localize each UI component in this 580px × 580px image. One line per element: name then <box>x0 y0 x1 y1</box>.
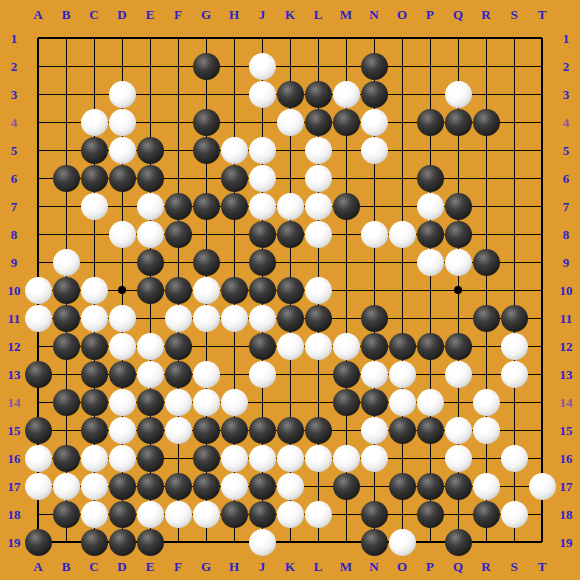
white-stone-H14 <box>221 389 248 416</box>
col-label-bottom-D: D <box>117 560 126 573</box>
white-stone-P9 <box>417 249 444 276</box>
row-label-right-5: 5 <box>563 144 570 157</box>
white-stone-D14 <box>109 389 136 416</box>
row-label-left-15: 15 <box>8 424 21 437</box>
white-stone-J7 <box>249 193 276 220</box>
white-stone-R15 <box>473 417 500 444</box>
black-stone-L4 <box>305 109 332 136</box>
black-stone-C19 <box>81 529 108 556</box>
row-label-right-1: 1 <box>563 32 570 45</box>
black-stone-F12 <box>165 333 192 360</box>
black-stone-D13 <box>109 361 136 388</box>
black-stone-A19 <box>25 529 52 556</box>
white-stone-N5 <box>361 137 388 164</box>
black-stone-D18 <box>109 501 136 528</box>
white-stone-Q15 <box>445 417 472 444</box>
col-label-top-M: M <box>340 8 352 21</box>
white-stone-L12 <box>305 333 332 360</box>
white-stone-J13 <box>249 361 276 388</box>
white-stone-O13 <box>389 361 416 388</box>
black-stone-H15 <box>221 417 248 444</box>
white-stone-E13 <box>137 361 164 388</box>
black-stone-Q8 <box>445 221 472 248</box>
white-stone-D15 <box>109 417 136 444</box>
col-label-bottom-F: F <box>174 560 182 573</box>
white-stone-A17 <box>25 473 52 500</box>
col-label-bottom-O: O <box>397 560 407 573</box>
row-label-left-2: 2 <box>11 60 18 73</box>
black-stone-P18 <box>417 501 444 528</box>
white-stone-O14 <box>389 389 416 416</box>
black-stone-B14 <box>53 389 80 416</box>
black-stone-L15 <box>305 417 332 444</box>
black-stone-G7 <box>193 193 220 220</box>
black-stone-E6 <box>137 165 164 192</box>
row-label-left-12: 12 <box>8 340 21 353</box>
black-stone-G4 <box>193 109 220 136</box>
black-stone-J8 <box>249 221 276 248</box>
row-label-right-15: 15 <box>560 424 573 437</box>
black-stone-E10 <box>137 277 164 304</box>
black-stone-K10 <box>277 277 304 304</box>
black-stone-J10 <box>249 277 276 304</box>
black-stone-C13 <box>81 361 108 388</box>
black-stone-P6 <box>417 165 444 192</box>
black-stone-E15 <box>137 417 164 444</box>
black-stone-H18 <box>221 501 248 528</box>
black-stone-E16 <box>137 445 164 472</box>
white-stone-S13 <box>501 361 528 388</box>
row-label-right-16: 16 <box>560 452 573 465</box>
white-stone-L10 <box>305 277 332 304</box>
black-stone-J15 <box>249 417 276 444</box>
white-stone-J3 <box>249 81 276 108</box>
col-label-bottom-E: E <box>146 560 155 573</box>
white-stone-Q3 <box>445 81 472 108</box>
row-label-left-5: 5 <box>11 144 18 157</box>
white-stone-H17 <box>221 473 248 500</box>
col-label-bottom-G: G <box>201 560 211 573</box>
white-stone-P14 <box>417 389 444 416</box>
black-stone-N14 <box>361 389 388 416</box>
black-stone-S11 <box>501 305 528 332</box>
row-label-right-17: 17 <box>560 480 573 493</box>
white-stone-N16 <box>361 445 388 472</box>
black-stone-K11 <box>277 305 304 332</box>
white-stone-N13 <box>361 361 388 388</box>
row-label-right-13: 13 <box>560 368 573 381</box>
white-stone-J5 <box>249 137 276 164</box>
black-stone-L11 <box>305 305 332 332</box>
col-label-top-K: K <box>285 8 295 21</box>
col-label-bottom-T: T <box>538 560 547 573</box>
col-label-top-N: N <box>369 8 378 21</box>
black-stone-J12 <box>249 333 276 360</box>
white-stone-D16 <box>109 445 136 472</box>
white-stone-N8 <box>361 221 388 248</box>
row-label-right-4: 4 <box>563 116 570 129</box>
black-stone-E19 <box>137 529 164 556</box>
white-stone-B17 <box>53 473 80 500</box>
black-stone-F17 <box>165 473 192 500</box>
star-point-D10 <box>118 286 126 294</box>
black-stone-G15 <box>193 417 220 444</box>
white-stone-S18 <box>501 501 528 528</box>
col-label-bottom-J: J <box>259 560 266 573</box>
col-label-top-G: G <box>201 8 211 21</box>
col-label-top-A: A <box>33 8 42 21</box>
row-label-left-3: 3 <box>11 88 18 101</box>
row-label-left-8: 8 <box>11 228 18 241</box>
white-stone-H16 <box>221 445 248 472</box>
black-stone-E5 <box>137 137 164 164</box>
black-stone-G9 <box>193 249 220 276</box>
white-stone-F15 <box>165 417 192 444</box>
black-stone-K15 <box>277 417 304 444</box>
black-stone-B10 <box>53 277 80 304</box>
black-stone-A13 <box>25 361 52 388</box>
white-stone-T17 <box>529 473 556 500</box>
black-stone-B18 <box>53 501 80 528</box>
row-label-left-14: 14 <box>8 396 21 409</box>
black-stone-J18 <box>249 501 276 528</box>
black-stone-C15 <box>81 417 108 444</box>
row-label-right-3: 3 <box>563 88 570 101</box>
white-stone-K4 <box>277 109 304 136</box>
black-stone-J17 <box>249 473 276 500</box>
black-stone-H6 <box>221 165 248 192</box>
col-label-bottom-M: M <box>340 560 352 573</box>
white-stone-J16 <box>249 445 276 472</box>
row-label-right-18: 18 <box>560 508 573 521</box>
white-stone-G18 <box>193 501 220 528</box>
col-label-bottom-A: A <box>33 560 42 573</box>
white-stone-O19 <box>389 529 416 556</box>
row-label-left-9: 9 <box>11 256 18 269</box>
black-stone-M13 <box>333 361 360 388</box>
white-stone-E8 <box>137 221 164 248</box>
black-stone-G17 <box>193 473 220 500</box>
col-label-top-O: O <box>397 8 407 21</box>
black-stone-M17 <box>333 473 360 500</box>
white-stone-B9 <box>53 249 80 276</box>
col-label-top-L: L <box>314 8 323 21</box>
white-stone-Q13 <box>445 361 472 388</box>
white-stone-E12 <box>137 333 164 360</box>
col-label-top-C: C <box>89 8 98 21</box>
white-stone-C4 <box>81 109 108 136</box>
white-stone-R14 <box>473 389 500 416</box>
black-stone-H10 <box>221 277 248 304</box>
black-stone-O17 <box>389 473 416 500</box>
black-stone-P8 <box>417 221 444 248</box>
black-stone-D19 <box>109 529 136 556</box>
white-stone-C10 <box>81 277 108 304</box>
col-label-top-J: J <box>259 8 266 21</box>
row-label-right-19: 19 <box>560 536 573 549</box>
col-label-bottom-K: K <box>285 560 295 573</box>
white-stone-C18 <box>81 501 108 528</box>
black-stone-F8 <box>165 221 192 248</box>
white-stone-P7 <box>417 193 444 220</box>
black-stone-P12 <box>417 333 444 360</box>
black-stone-M14 <box>333 389 360 416</box>
white-stone-A10 <box>25 277 52 304</box>
col-label-top-Q: Q <box>453 8 463 21</box>
white-stone-N15 <box>361 417 388 444</box>
row-label-left-7: 7 <box>11 200 18 213</box>
white-stone-N4 <box>361 109 388 136</box>
white-stone-M16 <box>333 445 360 472</box>
black-stone-F10 <box>165 277 192 304</box>
white-stone-S16 <box>501 445 528 472</box>
white-stone-D8 <box>109 221 136 248</box>
col-label-bottom-B: B <box>62 560 71 573</box>
black-stone-Q7 <box>445 193 472 220</box>
black-stone-P4 <box>417 109 444 136</box>
white-stone-H11 <box>221 305 248 332</box>
black-stone-Q17 <box>445 473 472 500</box>
white-stone-J19 <box>249 529 276 556</box>
black-stone-G16 <box>193 445 220 472</box>
col-label-top-T: T <box>538 8 547 21</box>
white-stone-G13 <box>193 361 220 388</box>
white-stone-K17 <box>277 473 304 500</box>
black-stone-C5 <box>81 137 108 164</box>
white-stone-C7 <box>81 193 108 220</box>
go-board-app: AABBCCDDEEFFGGHHJJKKLLMMNNOOPPQQRRSSTT11… <box>0 0 580 580</box>
black-stone-H7 <box>221 193 248 220</box>
col-label-bottom-L: L <box>314 560 323 573</box>
white-stone-L6 <box>305 165 332 192</box>
white-stone-K16 <box>277 445 304 472</box>
black-stone-R11 <box>473 305 500 332</box>
col-label-top-E: E <box>146 8 155 21</box>
row-label-left-6: 6 <box>11 172 18 185</box>
black-stone-F13 <box>165 361 192 388</box>
white-stone-H5 <box>221 137 248 164</box>
black-stone-O12 <box>389 333 416 360</box>
row-label-right-10: 10 <box>560 284 573 297</box>
black-stone-C14 <box>81 389 108 416</box>
row-label-right-2: 2 <box>563 60 570 73</box>
black-stone-J9 <box>249 249 276 276</box>
white-stone-Q9 <box>445 249 472 276</box>
col-label-top-S: S <box>510 8 517 21</box>
black-stone-B12 <box>53 333 80 360</box>
black-stone-N2 <box>361 53 388 80</box>
white-stone-M12 <box>333 333 360 360</box>
white-stone-G10 <box>193 277 220 304</box>
col-label-top-P: P <box>426 8 434 21</box>
white-stone-S12 <box>501 333 528 360</box>
black-stone-L3 <box>305 81 332 108</box>
white-stone-J2 <box>249 53 276 80</box>
white-stone-L7 <box>305 193 332 220</box>
row-label-left-1: 1 <box>11 32 18 45</box>
white-stone-K7 <box>277 193 304 220</box>
col-label-bottom-Q: Q <box>453 560 463 573</box>
white-stone-C17 <box>81 473 108 500</box>
col-label-bottom-H: H <box>229 560 239 573</box>
black-stone-R9 <box>473 249 500 276</box>
black-stone-B6 <box>53 165 80 192</box>
white-stone-R17 <box>473 473 500 500</box>
white-stone-J11 <box>249 305 276 332</box>
black-stone-Q12 <box>445 333 472 360</box>
white-stone-J6 <box>249 165 276 192</box>
white-stone-F18 <box>165 501 192 528</box>
black-stone-P17 <box>417 473 444 500</box>
black-stone-C6 <box>81 165 108 192</box>
col-label-top-H: H <box>229 8 239 21</box>
col-label-bottom-N: N <box>369 560 378 573</box>
black-stone-Q19 <box>445 529 472 556</box>
white-stone-G14 <box>193 389 220 416</box>
white-stone-L16 <box>305 445 332 472</box>
black-stone-K8 <box>277 221 304 248</box>
white-stone-Q16 <box>445 445 472 472</box>
black-stone-A15 <box>25 417 52 444</box>
star-point-Q10 <box>454 286 462 294</box>
black-stone-E14 <box>137 389 164 416</box>
black-stone-E9 <box>137 249 164 276</box>
black-stone-N18 <box>361 501 388 528</box>
white-stone-M3 <box>333 81 360 108</box>
black-stone-B11 <box>53 305 80 332</box>
col-label-top-F: F <box>174 8 182 21</box>
row-label-right-8: 8 <box>563 228 570 241</box>
black-stone-R4 <box>473 109 500 136</box>
row-label-right-6: 6 <box>563 172 570 185</box>
row-label-left-10: 10 <box>8 284 21 297</box>
white-stone-A16 <box>25 445 52 472</box>
row-label-right-7: 7 <box>563 200 570 213</box>
white-stone-A11 <box>25 305 52 332</box>
row-label-left-4: 4 <box>11 116 18 129</box>
black-stone-N11 <box>361 305 388 332</box>
white-stone-G11 <box>193 305 220 332</box>
black-stone-K3 <box>277 81 304 108</box>
white-stone-D11 <box>109 305 136 332</box>
black-stone-F7 <box>165 193 192 220</box>
row-label-left-18: 18 <box>8 508 21 521</box>
white-stone-D12 <box>109 333 136 360</box>
row-label-right-11: 11 <box>560 312 572 325</box>
black-stone-B16 <box>53 445 80 472</box>
white-stone-L5 <box>305 137 332 164</box>
black-stone-G2 <box>193 53 220 80</box>
row-label-left-16: 16 <box>8 452 21 465</box>
white-stone-F14 <box>165 389 192 416</box>
col-label-top-R: R <box>481 8 490 21</box>
col-label-top-B: B <box>62 8 71 21</box>
white-stone-D5 <box>109 137 136 164</box>
col-label-bottom-C: C <box>89 560 98 573</box>
white-stone-D3 <box>109 81 136 108</box>
col-label-bottom-S: S <box>510 560 517 573</box>
black-stone-N19 <box>361 529 388 556</box>
white-stone-C16 <box>81 445 108 472</box>
black-stone-D17 <box>109 473 136 500</box>
white-stone-O8 <box>389 221 416 248</box>
black-stone-M7 <box>333 193 360 220</box>
black-stone-O15 <box>389 417 416 444</box>
black-stone-Q4 <box>445 109 472 136</box>
white-stone-L8 <box>305 221 332 248</box>
white-stone-F11 <box>165 305 192 332</box>
row-label-left-19: 19 <box>8 536 21 549</box>
white-stone-D4 <box>109 109 136 136</box>
black-stone-D6 <box>109 165 136 192</box>
black-stone-E17 <box>137 473 164 500</box>
white-stone-K18 <box>277 501 304 528</box>
col-label-bottom-R: R <box>481 560 490 573</box>
black-stone-R18 <box>473 501 500 528</box>
black-stone-N12 <box>361 333 388 360</box>
black-stone-N3 <box>361 81 388 108</box>
white-stone-K12 <box>277 333 304 360</box>
white-stone-C11 <box>81 305 108 332</box>
white-stone-E18 <box>137 501 164 528</box>
row-label-left-17: 17 <box>8 480 21 493</box>
white-stone-E7 <box>137 193 164 220</box>
row-label-right-9: 9 <box>563 256 570 269</box>
col-label-top-D: D <box>117 8 126 21</box>
black-stone-M4 <box>333 109 360 136</box>
black-stone-G5 <box>193 137 220 164</box>
white-stone-L18 <box>305 501 332 528</box>
col-label-bottom-P: P <box>426 560 434 573</box>
black-stone-C12 <box>81 333 108 360</box>
row-label-right-14: 14 <box>560 396 573 409</box>
row-label-left-13: 13 <box>8 368 21 381</box>
row-label-right-12: 12 <box>560 340 573 353</box>
row-label-left-11: 11 <box>8 312 20 325</box>
black-stone-P15 <box>417 417 444 444</box>
